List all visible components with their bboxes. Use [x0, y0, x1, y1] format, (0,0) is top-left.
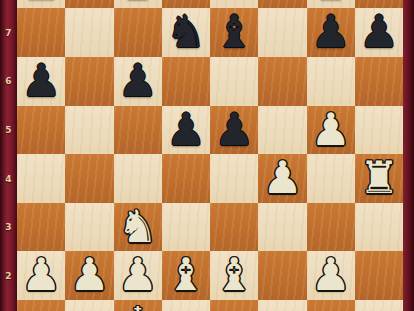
square-g3[interactable] — [307, 203, 355, 252]
square-g1[interactable] — [307, 300, 355, 311]
square-d7[interactable]: ♞ — [162, 8, 210, 57]
white-bishop[interactable]: ♝ — [166, 251, 206, 300]
black-pawn[interactable]: ♟ — [166, 106, 206, 155]
square-f3[interactable] — [258, 203, 306, 252]
white-bishop[interactable]: ♝ — [214, 251, 254, 300]
square-c8[interactable]: ♝ — [114, 0, 162, 8]
square-f4[interactable]: ♟ — [258, 154, 306, 203]
square-g2[interactable]: ♟ — [307, 251, 355, 300]
black-bishop[interactable]: ♝ — [117, 0, 157, 8]
square-b5[interactable] — [65, 106, 113, 155]
square-c6[interactable]: ♟ — [114, 57, 162, 106]
square-h6[interactable] — [355, 57, 403, 106]
square-g7[interactable]: ♟ — [307, 8, 355, 57]
square-e5[interactable]: ♟ — [210, 106, 258, 155]
rank-label-6: 6 — [3, 76, 14, 86]
square-c5[interactable] — [114, 106, 162, 155]
square-d2[interactable]: ♝ — [162, 251, 210, 300]
square-c4[interactable] — [114, 154, 162, 203]
black-pawn[interactable]: ♟ — [359, 8, 399, 57]
square-e3[interactable] — [210, 203, 258, 252]
square-a2[interactable]: ♟ — [17, 251, 65, 300]
square-c1[interactable]: ♚ — [114, 300, 162, 311]
square-h4[interactable]: ♜ — [355, 154, 403, 203]
square-h1[interactable] — [355, 300, 403, 311]
square-b1[interactable] — [65, 300, 113, 311]
square-a6[interactable]: ♟ — [17, 57, 65, 106]
square-c2[interactable]: ♟ — [114, 251, 162, 300]
square-f1[interactable] — [258, 300, 306, 311]
square-e1[interactable] — [210, 300, 258, 311]
white-pawn[interactable]: ♟ — [117, 251, 157, 300]
square-c7[interactable] — [114, 8, 162, 57]
square-g4[interactable] — [307, 154, 355, 203]
square-f6[interactable] — [258, 57, 306, 106]
square-h7[interactable]: ♟ — [355, 8, 403, 57]
white-pawn[interactable]: ♟ — [21, 251, 61, 300]
board-left-border — [0, 0, 17, 311]
square-a8[interactable]: ♜ — [17, 0, 65, 8]
black-pawn[interactable]: ♟ — [117, 57, 157, 106]
square-c3[interactable]: ♞ — [114, 203, 162, 252]
black-bishop[interactable]: ♝ — [214, 8, 254, 57]
square-b2[interactable]: ♟ — [65, 251, 113, 300]
square-g5[interactable]: ♟ — [307, 106, 355, 155]
square-f8[interactable] — [258, 0, 306, 8]
square-f5[interactable] — [258, 106, 306, 155]
square-d4[interactable] — [162, 154, 210, 203]
chess-board: ♜♝♚♞♝♟♟♟♟♟♟♟♟♜♞♟♟♟♝♝♟♚ — [17, 0, 403, 311]
black-rook[interactable]: ♜ — [21, 0, 61, 8]
square-d1[interactable] — [162, 300, 210, 311]
square-h5[interactable] — [355, 106, 403, 155]
square-e2[interactable]: ♝ — [210, 251, 258, 300]
square-d6[interactable] — [162, 57, 210, 106]
rank-label-2: 2 — [3, 271, 14, 281]
square-e7[interactable]: ♝ — [210, 8, 258, 57]
square-g6[interactable] — [307, 57, 355, 106]
square-e6[interactable] — [210, 57, 258, 106]
square-d3[interactable] — [162, 203, 210, 252]
white-pawn[interactable]: ♟ — [69, 251, 109, 300]
chess-diagram: ♜♝♚♞♝♟♟♟♟♟♟♟♟♜♞♟♟♟♝♝♟♚ 765432 — [0, 0, 414, 311]
square-b8[interactable] — [65, 0, 113, 8]
square-h3[interactable] — [355, 203, 403, 252]
square-b7[interactable] — [65, 8, 113, 57]
square-e4[interactable] — [210, 154, 258, 203]
square-f2[interactable] — [258, 251, 306, 300]
white-king[interactable]: ♚ — [117, 300, 157, 311]
rank-label-5: 5 — [3, 125, 14, 135]
square-d5[interactable]: ♟ — [162, 106, 210, 155]
square-a1[interactable] — [17, 300, 65, 311]
board-right-border — [403, 0, 414, 311]
white-pawn[interactable]: ♟ — [262, 154, 302, 203]
white-rook[interactable]: ♜ — [359, 154, 399, 203]
square-f7[interactable] — [258, 8, 306, 57]
white-pawn[interactable]: ♟ — [310, 251, 350, 300]
black-pawn[interactable]: ♟ — [21, 57, 61, 106]
rank-label-4: 4 — [3, 174, 14, 184]
black-pawn[interactable]: ♟ — [214, 106, 254, 155]
square-a5[interactable] — [17, 106, 65, 155]
square-b4[interactable] — [65, 154, 113, 203]
square-a7[interactable] — [17, 8, 65, 57]
rank-label-3: 3 — [3, 222, 14, 232]
white-knight[interactable]: ♞ — [117, 203, 157, 252]
square-b6[interactable] — [65, 57, 113, 106]
square-a4[interactable] — [17, 154, 65, 203]
rank-label-7: 7 — [3, 28, 14, 38]
square-b3[interactable] — [65, 203, 113, 252]
white-pawn[interactable]: ♟ — [310, 106, 350, 155]
black-pawn[interactable]: ♟ — [310, 8, 350, 57]
black-knight[interactable]: ♞ — [166, 8, 206, 57]
square-a3[interactable] — [17, 203, 65, 252]
square-h2[interactable] — [355, 251, 403, 300]
